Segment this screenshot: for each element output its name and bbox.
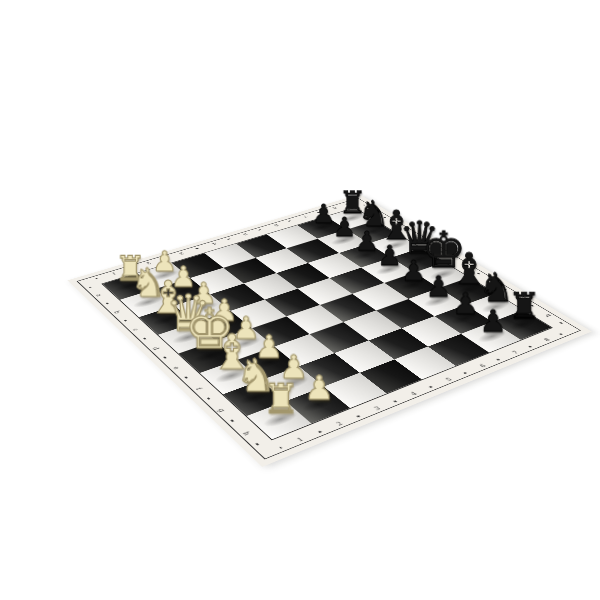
square-h7: ♟	[461, 322, 521, 353]
black-pawn-h7: ♟	[461, 307, 524, 337]
white-rook-h1: ♜	[246, 379, 316, 420]
chess-mat: 12345678 12345678 abcdefgh abcdefgh ♜♟♟♜…	[68, 194, 592, 467]
product-photo-scene: 12345678 12345678 abcdefgh abcdefgh ♜♟♟♜…	[0, 0, 600, 600]
chess-board: ♜♟♟♜♞♟♟♞♝♟♟♝♛♟♟♛♚♟♟♚♝♟♟♝♞♟♟♞♜♟♟♜	[101, 208, 552, 441]
square-h1: ♜	[247, 401, 312, 439]
